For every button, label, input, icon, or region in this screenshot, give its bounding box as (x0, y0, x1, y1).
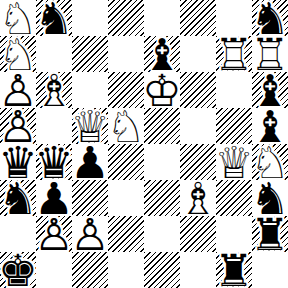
piece-glyph: ♖ (216, 37, 252, 73)
square-h2[interactable]: ♜♜ (252, 216, 288, 252)
square-f5[interactable] (180, 108, 216, 144)
square-d5[interactable]: ♞♘ (108, 108, 144, 144)
square-b2[interactable]: ♟♙ (36, 216, 72, 252)
piece-white-queen[interactable]: ♛♕ (216, 144, 252, 180)
piece-glyph: ♜ (216, 253, 252, 288)
square-e3[interactable] (144, 180, 180, 216)
chess-board: ♞♘♞♞♞♞♞♘♝♝♜♖♜♖♟♙♝♗♚♔♝♝♟♙♛♕♞♘♝♝♛♛♛♛♟♟♛♕♞♘… (0, 0, 288, 288)
piece-white-bishop[interactable]: ♝♗ (36, 72, 72, 108)
piece-black-pawn[interactable]: ♟♟ (72, 144, 108, 180)
square-b6[interactable]: ♝♗ (36, 72, 72, 108)
square-c2[interactable]: ♟♙ (72, 216, 108, 252)
piece-glyph: ♕ (216, 145, 252, 181)
square-d8[interactable] (108, 0, 144, 36)
square-d1[interactable] (108, 252, 144, 288)
piece-white-bishop[interactable]: ♝♗ (180, 180, 216, 216)
piece-black-rook[interactable]: ♜♜ (252, 216, 288, 252)
piece-glyph: ♗ (36, 73, 72, 109)
square-g7[interactable]: ♜♖ (216, 36, 252, 72)
piece-glyph: ♞ (36, 1, 72, 37)
piece-glyph: ♜ (252, 217, 288, 253)
square-b8[interactable]: ♞♞ (36, 0, 72, 36)
square-d3[interactable] (108, 180, 144, 216)
square-e2[interactable] (144, 216, 180, 252)
square-c4[interactable]: ♟♟ (72, 144, 108, 180)
square-c7[interactable] (72, 36, 108, 72)
square-d2[interactable] (108, 216, 144, 252)
square-f3[interactable]: ♝♗ (180, 180, 216, 216)
piece-black-knight[interactable]: ♞♞ (0, 180, 36, 216)
square-e6[interactable]: ♚♔ (144, 72, 180, 108)
piece-black-knight[interactable]: ♞♞ (36, 0, 72, 36)
square-e4[interactable] (144, 144, 180, 180)
piece-white-pawn[interactable]: ♟♙ (36, 216, 72, 252)
square-f6[interactable] (180, 72, 216, 108)
square-g4[interactable]: ♛♕ (216, 144, 252, 180)
piece-glyph: ♘ (108, 109, 144, 145)
piece-white-king[interactable]: ♚♔ (144, 72, 180, 108)
square-a1[interactable]: ♚♚ (0, 252, 36, 288)
piece-glyph: ♔ (144, 73, 180, 109)
square-c8[interactable] (72, 0, 108, 36)
piece-white-rook[interactable]: ♜♖ (216, 36, 252, 72)
square-f8[interactable] (180, 0, 216, 36)
piece-glyph: ♞ (0, 181, 36, 217)
square-g1[interactable]: ♜♜ (216, 252, 252, 288)
piece-black-king[interactable]: ♚♚ (0, 252, 36, 288)
piece-glyph: ♚ (0, 253, 36, 288)
piece-glyph: ♟ (72, 145, 108, 181)
piece-white-pawn[interactable]: ♟♙ (72, 216, 108, 252)
piece-white-knight[interactable]: ♞♘ (108, 108, 144, 144)
piece-glyph: ♙ (72, 217, 108, 253)
square-a3[interactable]: ♞♞ (0, 180, 36, 216)
square-e1[interactable] (144, 252, 180, 288)
piece-glyph: ♙ (36, 217, 72, 253)
piece-black-rook[interactable]: ♜♜ (216, 252, 252, 288)
square-d7[interactable] (108, 36, 144, 72)
square-f7[interactable] (180, 36, 216, 72)
piece-glyph: ♗ (180, 181, 216, 217)
square-f1[interactable] (180, 252, 216, 288)
